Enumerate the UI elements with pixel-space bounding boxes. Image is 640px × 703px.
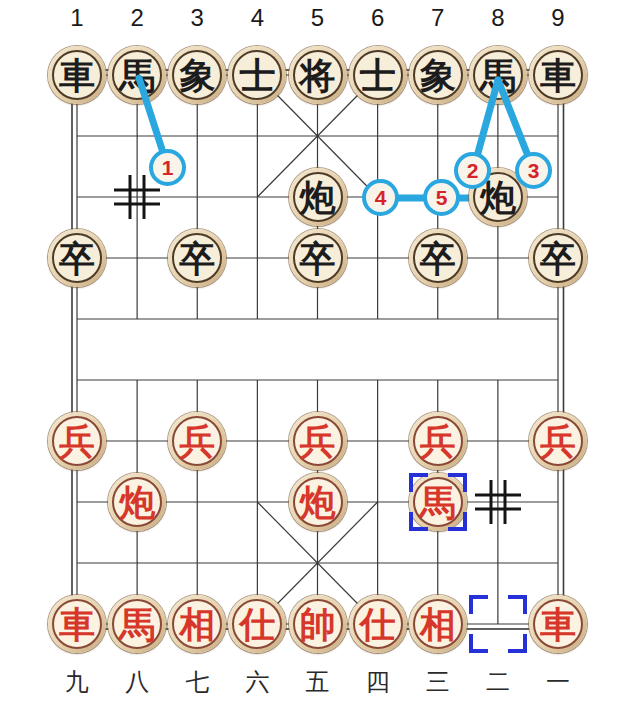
file-label-bottom-3: 七 [185, 666, 209, 698]
file-label-top-8: 8 [491, 4, 504, 32]
file-label-bottom-4: 六 [245, 666, 269, 698]
file-label-top-5: 5 [311, 4, 324, 32]
file-label-bottom-2: 八 [125, 666, 149, 698]
file-label-bottom-1: 九 [65, 666, 89, 698]
file-label-top-7: 7 [431, 4, 444, 32]
file-label-top-2: 2 [130, 4, 143, 32]
file-label-bottom-7: 三 [426, 666, 450, 698]
file-label-top-4: 4 [251, 4, 264, 32]
coordinate-labels: 123456789九八七六五四三二一 [0, 0, 640, 703]
file-label-bottom-8: 二 [486, 666, 510, 698]
file-label-bottom-5: 五 [306, 666, 330, 698]
file-label-bottom-9: 一 [546, 666, 570, 698]
file-label-top-1: 1 [70, 4, 83, 32]
file-label-top-6: 6 [371, 4, 384, 32]
file-label-bottom-6: 四 [366, 666, 390, 698]
file-label-top-9: 9 [551, 4, 564, 32]
xiangqi-board: 車馬象士将士象馬車炮炮卒卒卒卒卒兵兵兵兵兵炮炮馬車馬相仕帥仕相車 12345 1… [0, 0, 640, 703]
file-label-top-3: 3 [191, 4, 204, 32]
